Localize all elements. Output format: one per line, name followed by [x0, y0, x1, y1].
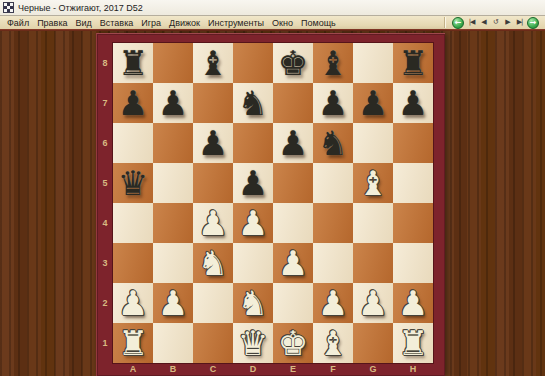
square-b3[interactable] [153, 243, 193, 283]
piece-black-pawn[interactable]: ♟ [278, 123, 308, 163]
menu-bar: ФайлПравкаВидВставкаИграДвижокИнструмент… [0, 16, 545, 29]
piece-white-knight[interactable]: ♞ [198, 243, 228, 283]
square-g6[interactable] [353, 123, 393, 163]
square-f7[interactable]: ♟ [313, 83, 353, 123]
square-f3[interactable] [313, 243, 353, 283]
title-bar: Черные - Отжигают, 2017 D52 [0, 0, 545, 16]
piece-white-rook[interactable]: ♜ [118, 323, 148, 363]
square-d1[interactable]: ♛ [233, 323, 273, 363]
square-c1[interactable] [193, 323, 233, 363]
square-b7[interactable]: ♟ [153, 83, 193, 123]
square-c4[interactable]: ♟ [193, 203, 233, 243]
menu-item-7[interactable]: Инструменты [204, 18, 268, 28]
square-c7[interactable] [193, 83, 233, 123]
menu-item-3[interactable]: Вид [72, 18, 96, 28]
square-f1[interactable]: ♝ [313, 323, 353, 363]
piece-black-pawn[interactable]: ♟ [158, 83, 188, 123]
menu-item-5[interactable]: Игра [137, 18, 165, 28]
square-h7[interactable]: ♟ [393, 83, 433, 123]
square-e8[interactable]: ♚ [273, 43, 313, 83]
rank-labels: 87654321 [97, 43, 113, 363]
square-g4[interactable] [353, 203, 393, 243]
file-label-d: D [233, 363, 273, 376]
square-e6[interactable]: ♟ [273, 123, 313, 163]
file-labels: ABCDEFGH [113, 363, 433, 376]
square-c5[interactable] [193, 163, 233, 203]
piece-black-knight[interactable]: ♞ [318, 123, 348, 163]
square-h2[interactable]: ♟ [393, 283, 433, 323]
piece-white-pawn[interactable]: ♟ [198, 203, 228, 243]
square-b4[interactable] [153, 203, 193, 243]
piece-white-pawn[interactable]: ♟ [118, 283, 148, 323]
square-e3[interactable]: ♟ [273, 243, 313, 283]
square-f5[interactable] [313, 163, 353, 203]
file-label-g: G [353, 363, 393, 376]
piece-black-pawn[interactable]: ♟ [358, 83, 388, 123]
wood-background: 87654321 ♜♝♚♝♜♟♟♞♟♟♟♟♟♞♛♟♝♟♟♞♟♟♟♞♟♟♟♜♛♚♝… [0, 29, 545, 376]
square-e2[interactable] [273, 283, 313, 323]
file-label-h: H [393, 363, 433, 376]
square-b5[interactable] [153, 163, 193, 203]
square-c3[interactable]: ♞ [193, 243, 233, 283]
square-d4[interactable]: ♟ [233, 203, 273, 243]
piece-black-pawn[interactable]: ♟ [118, 83, 148, 123]
menu-item-4[interactable]: Вставка [96, 18, 137, 28]
chess-board[interactable]: ♜♝♚♝♜♟♟♞♟♟♟♟♟♞♛♟♝♟♟♞♟♟♟♞♟♟♟♜♛♚♝♜ [113, 43, 433, 363]
menu-bar-items: ФайлПравкаВидВставкаИграДвижокИнструмент… [3, 18, 340, 28]
file-label-a: A [113, 363, 153, 376]
chess-app-window: Черные - Отжигают, 2017 D52 ФайлПравкаВи… [0, 0, 545, 376]
square-e7[interactable] [273, 83, 313, 123]
square-f2[interactable]: ♟ [313, 283, 353, 323]
square-c8[interactable]: ♝ [193, 43, 233, 83]
square-h1[interactable]: ♜ [393, 323, 433, 363]
piece-white-pawn[interactable]: ♟ [398, 283, 428, 323]
piece-black-bishop[interactable]: ♝ [198, 43, 228, 83]
menu-item-9[interactable]: Помощь [297, 18, 340, 28]
nav-first-move-button[interactable]: |◀ [467, 17, 476, 28]
menu-shadow-strip [0, 29, 545, 31]
piece-black-rook[interactable]: ♜ [118, 43, 148, 83]
nav-prev-game-button[interactable]: ← [452, 17, 464, 29]
menu-item-8[interactable]: Окно [268, 18, 297, 28]
square-a6[interactable] [113, 123, 153, 163]
piece-white-knight[interactable]: ♞ [238, 283, 268, 323]
square-d2[interactable]: ♞ [233, 283, 273, 323]
rank-label-4: 4 [97, 203, 113, 243]
piece-black-queen[interactable]: ♛ [118, 163, 148, 203]
square-e4[interactable] [273, 203, 313, 243]
rank-label-7: 7 [97, 83, 113, 123]
square-d3[interactable] [233, 243, 273, 283]
piece-white-pawn[interactable]: ♟ [238, 203, 268, 243]
square-b2[interactable]: ♟ [153, 283, 193, 323]
rank-label-1: 1 [97, 323, 113, 363]
piece-white-bishop[interactable]: ♝ [358, 163, 388, 203]
nav-next-move-button[interactable]: ▶ [503, 17, 512, 28]
piece-black-king[interactable]: ♚ [278, 43, 308, 83]
square-f8[interactable]: ♝ [313, 43, 353, 83]
square-d6[interactable] [233, 123, 273, 163]
piece-black-knight[interactable]: ♞ [238, 83, 268, 123]
rank-label-6: 6 [97, 123, 113, 163]
square-a1[interactable]: ♜ [113, 323, 153, 363]
rank-label-2: 2 [97, 283, 113, 323]
rank-label-5: 5 [97, 163, 113, 203]
square-e1[interactable]: ♚ [273, 323, 313, 363]
square-a4[interactable] [113, 203, 153, 243]
square-g3[interactable] [353, 243, 393, 283]
square-f4[interactable] [313, 203, 353, 243]
file-label-c: C [193, 363, 233, 376]
square-g1[interactable] [353, 323, 393, 363]
file-label-f: F [313, 363, 353, 376]
nav-replay-button[interactable]: ↺ [491, 17, 500, 28]
square-b6[interactable] [153, 123, 193, 163]
square-a5[interactable]: ♛ [113, 163, 153, 203]
app-icon [3, 2, 14, 13]
square-b8[interactable] [153, 43, 193, 83]
square-g2[interactable]: ♟ [353, 283, 393, 323]
square-h6[interactable] [393, 123, 433, 163]
menu-item-2[interactable]: Правка [33, 18, 71, 28]
piece-black-bishop[interactable]: ♝ [318, 43, 348, 83]
file-label-e: E [273, 363, 313, 376]
menu-item-1[interactable]: Файл [3, 18, 33, 28]
square-b1[interactable] [153, 323, 193, 363]
nav-next-game-button[interactable]: → [527, 17, 539, 29]
square-f6[interactable]: ♞ [313, 123, 353, 163]
square-d8[interactable] [233, 43, 273, 83]
piece-white-pawn[interactable]: ♟ [358, 283, 388, 323]
piece-white-rook[interactable]: ♜ [398, 323, 428, 363]
piece-black-pawn[interactable]: ♟ [318, 83, 348, 123]
piece-white-pawn[interactable]: ♟ [318, 283, 348, 323]
square-e5[interactable] [273, 163, 313, 203]
square-d5[interactable]: ♟ [233, 163, 273, 203]
square-g7[interactable]: ♟ [353, 83, 393, 123]
piece-white-pawn[interactable]: ♟ [278, 243, 308, 283]
square-h3[interactable] [393, 243, 433, 283]
nav-prev-move-button[interactable]: ◀ [479, 17, 488, 28]
menu-item-6[interactable]: Движок [165, 18, 204, 28]
nav-buttons-slot: ←|◀◀↺▶▶|→ [452, 17, 539, 29]
piece-black-pawn[interactable]: ♟ [198, 123, 228, 163]
square-a2[interactable]: ♟ [113, 283, 153, 323]
piece-black-pawn[interactable]: ♟ [398, 83, 428, 123]
square-c2[interactable] [193, 283, 233, 323]
square-h4[interactable] [393, 203, 433, 243]
toolbar-separator [444, 17, 446, 28]
piece-white-pawn[interactable]: ♟ [158, 283, 188, 323]
nav-last-move-button[interactable]: ▶| [515, 17, 524, 28]
square-a7[interactable]: ♟ [113, 83, 153, 123]
file-label-b: B [153, 363, 193, 376]
square-g8[interactable] [353, 43, 393, 83]
board-frame: 87654321 ♜♝♚♝♜♟♟♞♟♟♟♟♟♞♛♟♝♟♟♞♟♟♟♞♟♟♟♜♛♚♝… [96, 33, 445, 376]
rank-label-3: 3 [97, 243, 113, 283]
square-h8[interactable]: ♜ [393, 43, 433, 83]
square-a3[interactable] [113, 243, 153, 283]
window-title: Черные - Отжигают, 2017 D52 [18, 3, 143, 13]
square-h5[interactable] [393, 163, 433, 203]
piece-black-rook[interactable]: ♜ [398, 43, 428, 83]
rank-label-8: 8 [97, 43, 113, 83]
piece-white-bishop[interactable]: ♝ [318, 323, 348, 363]
square-c6[interactable]: ♟ [193, 123, 233, 163]
piece-white-king[interactable]: ♚ [278, 323, 308, 363]
piece-black-pawn[interactable]: ♟ [238, 163, 268, 203]
square-d7[interactable]: ♞ [233, 83, 273, 123]
nav-toolbar: ←|◀◀↺▶▶|→ [441, 17, 539, 29]
square-a8[interactable]: ♜ [113, 43, 153, 83]
piece-white-queen[interactable]: ♛ [238, 323, 268, 363]
square-g5[interactable]: ♝ [353, 163, 393, 203]
